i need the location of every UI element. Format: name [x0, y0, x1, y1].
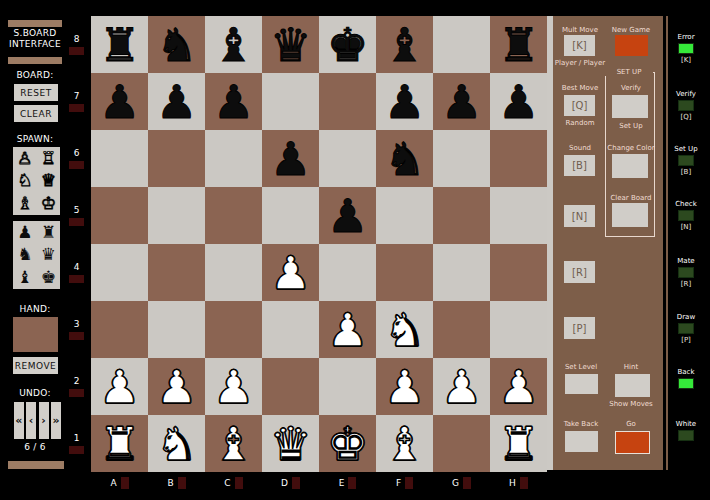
- status-mate: Mate[R]: [664, 257, 708, 288]
- status-label: Set Up: [674, 145, 697, 153]
- spawn-white-bishop[interactable]: ♗: [13, 192, 37, 215]
- piece-black-rook: ♜: [99, 22, 140, 68]
- rank-label-7: 7: [62, 73, 91, 130]
- undo-forward-button[interactable]: ›: [39, 402, 49, 439]
- file-letter: F: [396, 478, 401, 488]
- square-g4[interactable]: [433, 244, 490, 301]
- verify-button[interactable]: [612, 95, 648, 118]
- square-f5[interactable]: [376, 187, 433, 244]
- undo-counter: 6 / 6: [8, 442, 62, 452]
- square-h2[interactable]: ♟: [490, 358, 547, 415]
- take-back-button[interactable]: [565, 431, 598, 452]
- setup-group-label: SET UP: [605, 68, 653, 76]
- app-title-line2: INTERFACE: [8, 39, 62, 49]
- spawn-black-knight[interactable]: ♞: [13, 244, 37, 267]
- spawn-black-rook[interactable]: ♜: [37, 221, 61, 244]
- status-led-off: [678, 100, 694, 111]
- status-led-off: [678, 323, 694, 334]
- square-e4[interactable]: [319, 244, 376, 301]
- file-letter: H: [509, 478, 516, 488]
- piece-black-knight: ♞: [156, 22, 197, 68]
- spawn-black-panel: ♟♜♞♛♝♚: [13, 221, 60, 289]
- file-label-g: G: [433, 472, 490, 494]
- rank-indicator: [69, 104, 84, 112]
- rank-number: 6: [74, 148, 80, 158]
- square-h5[interactable]: [490, 187, 547, 244]
- spawn-white-king[interactable]: ♔: [37, 192, 61, 215]
- new-game-label: New Game: [609, 26, 653, 34]
- piece-black-bishop: ♝: [384, 22, 425, 68]
- square-e7[interactable]: [319, 73, 376, 130]
- piece-white-knight: ♞: [384, 307, 425, 353]
- file-indicator: [292, 477, 300, 489]
- undo-fast-forward-button[interactable]: »: [51, 402, 61, 439]
- piece-black-bishop: ♝: [213, 22, 254, 68]
- chess-board: ♜♞♝♛♚♝♜♟♟♟♟♟♟♟♞♟♟♟♞♟♟♟♟♟♟♜♞♝♛♚♝♜: [91, 16, 547, 472]
- piece-black-pawn: ♟: [327, 193, 368, 239]
- square-c5[interactable]: [205, 187, 262, 244]
- square-d6[interactable]: ♟: [262, 130, 319, 187]
- rank-indicator: [69, 218, 84, 226]
- queen-key-button[interactable]: [Q]: [564, 95, 595, 116]
- status-led-on: [678, 378, 694, 389]
- board-section-label: BOARD:: [8, 70, 62, 80]
- go-button[interactable]: [615, 431, 650, 454]
- piece-black-queen: ♛: [270, 22, 311, 68]
- file-labels: ABCDEFGH: [91, 472, 547, 494]
- status-led-off: [678, 430, 694, 441]
- piece-black-king: ♚: [327, 22, 368, 68]
- status-label: Mate: [677, 257, 694, 265]
- spawn-section-label: SPAWN:: [8, 134, 62, 144]
- square-g8[interactable]: [433, 16, 490, 73]
- status-error: Error[K]: [664, 33, 708, 64]
- random-label: Random: [553, 119, 607, 127]
- rank-number: 4: [74, 262, 80, 272]
- spawn-white-panel: ♙♖♘♕♗♔: [13, 147, 60, 215]
- square-b7[interactable]: ♟: [148, 73, 205, 130]
- sound-label: Sound: [553, 144, 607, 152]
- square-b4[interactable]: [148, 244, 205, 301]
- piece-white-pawn: ♟: [327, 307, 368, 353]
- change-color-button[interactable]: [612, 154, 648, 178]
- rank-number: 5: [74, 205, 80, 215]
- status-key: [P]: [681, 336, 691, 344]
- square-b8[interactable]: ♞: [148, 16, 205, 73]
- square-c3[interactable]: [205, 301, 262, 358]
- square-g3[interactable]: [433, 301, 490, 358]
- hint-button[interactable]: [615, 374, 650, 397]
- status-label: Verify: [676, 90, 696, 98]
- status-label: Draw: [677, 313, 695, 321]
- square-f8[interactable]: ♝: [376, 16, 433, 73]
- square-a2[interactable]: ♟: [91, 358, 148, 415]
- status-set-up: Set Up[B]: [664, 145, 708, 176]
- piece-white-king: ♚: [327, 421, 368, 467]
- status-draw: Draw[P]: [664, 313, 708, 344]
- clear-board-button[interactable]: [612, 203, 648, 227]
- square-g5[interactable]: [433, 187, 490, 244]
- undo-section-label: UNDO:: [8, 388, 62, 398]
- piece-white-bishop: ♝: [213, 421, 254, 467]
- square-f2[interactable]: ♟: [376, 358, 433, 415]
- sidebar-bottom-bar: [8, 461, 64, 469]
- square-c7[interactable]: ♟: [205, 73, 262, 130]
- square-d7[interactable]: [262, 73, 319, 130]
- square-d8[interactable]: ♛: [262, 16, 319, 73]
- file-letter: A: [110, 478, 116, 488]
- rank-indicator: [69, 47, 84, 55]
- spawn-white-rook[interactable]: ♖: [37, 147, 61, 170]
- status-key: [R]: [681, 280, 691, 288]
- control-panel: Mult Move [K] Player / Player Best Move …: [553, 16, 663, 470]
- square-c4[interactable]: [205, 244, 262, 301]
- rank-number: 7: [74, 91, 80, 101]
- pawn-key-button[interactable]: [P]: [564, 317, 595, 339]
- rank-indicator: [69, 332, 84, 340]
- rank-label-1: 1: [62, 415, 91, 472]
- sidebar-divider-bar: [8, 57, 62, 64]
- rank-label-2: 2: [62, 358, 91, 415]
- new-game-button[interactable]: [615, 35, 648, 56]
- piece-white-queen: ♛: [270, 421, 311, 467]
- rank-indicator: [69, 161, 84, 169]
- square-h4[interactable]: [490, 244, 547, 301]
- undo-back-button[interactable]: ‹: [26, 402, 36, 439]
- square-a6[interactable]: [91, 130, 148, 187]
- piece-black-pawn: ♟: [384, 79, 425, 125]
- file-letter: E: [339, 478, 345, 488]
- status-label: Error: [677, 33, 694, 41]
- rank-label-6: 6: [62, 130, 91, 187]
- square-b6[interactable]: [148, 130, 205, 187]
- hint-label: Hint: [609, 363, 653, 371]
- file-label-e: E: [319, 472, 376, 494]
- reset-button[interactable]: RESET: [14, 84, 58, 101]
- status-back: Back: [664, 368, 708, 389]
- rank-indicator: [69, 389, 84, 397]
- spawn-black-bishop[interactable]: ♝: [13, 266, 37, 289]
- status-led-off: [678, 210, 694, 221]
- clear-board-label: Clear Board: [606, 194, 656, 202]
- spawn-black-queen[interactable]: ♛: [37, 244, 61, 267]
- square-c8[interactable]: ♝: [205, 16, 262, 73]
- piece-black-pawn: ♟: [441, 79, 482, 125]
- rank-indicator: [69, 275, 84, 283]
- status-key: [Q]: [681, 113, 692, 121]
- square-h6[interactable]: [490, 130, 547, 187]
- square-h8[interactable]: ♜: [490, 16, 547, 73]
- undo-rewind-button[interactable]: «: [14, 402, 24, 439]
- status-label: Back: [678, 368, 695, 376]
- piece-black-pawn: ♟: [270, 136, 311, 182]
- spawn-white-pawn[interactable]: ♙: [13, 147, 37, 170]
- status-led-on: [678, 43, 694, 54]
- show-moves-label: Show Moves: [606, 400, 656, 408]
- file-letter: G: [452, 478, 459, 488]
- status-led-off: [678, 267, 694, 278]
- square-g2[interactable]: ♟: [433, 358, 490, 415]
- player-player-label: Player / Player: [553, 59, 607, 67]
- rank-number: 8: [74, 34, 80, 44]
- piece-black-pawn: ♟: [99, 79, 140, 125]
- change-color-label: Change Color: [606, 144, 656, 152]
- set-level-button[interactable]: [565, 374, 598, 394]
- status-led-off: [678, 155, 694, 166]
- spawn-white-knight[interactable]: ♘: [13, 170, 37, 193]
- square-a1[interactable]: ♜: [91, 415, 148, 472]
- square-d5[interactable]: [262, 187, 319, 244]
- hand-section-label: HAND:: [8, 304, 62, 314]
- file-indicator: [520, 477, 528, 489]
- square-e1[interactable]: ♚: [319, 415, 376, 472]
- square-a8[interactable]: ♜: [91, 16, 148, 73]
- square-a3[interactable]: [91, 301, 148, 358]
- app-title-line1: S.BOARD: [8, 28, 62, 38]
- bishop-key-button[interactable]: [B]: [564, 155, 595, 176]
- square-b3[interactable]: [148, 301, 205, 358]
- spawn-white-queen[interactable]: ♕: [37, 170, 61, 193]
- square-g6[interactable]: [433, 130, 490, 187]
- rank-label-4: 4: [62, 244, 91, 301]
- square-f4[interactable]: [376, 244, 433, 301]
- spawn-black-king[interactable]: ♚: [37, 266, 61, 289]
- square-e5[interactable]: ♟: [319, 187, 376, 244]
- file-indicator: [463, 477, 471, 489]
- status-white: White: [664, 420, 708, 441]
- file-label-f: F: [376, 472, 433, 494]
- piece-white-pawn: ♟: [498, 364, 539, 410]
- square-e3[interactable]: ♟: [319, 301, 376, 358]
- rank-indicator: [69, 446, 84, 454]
- file-letter: D: [281, 478, 288, 488]
- status-label: White: [676, 420, 696, 428]
- square-d4[interactable]: ♟: [262, 244, 319, 301]
- square-f3[interactable]: ♞: [376, 301, 433, 358]
- rank-label-5: 5: [62, 187, 91, 244]
- file-indicator: [235, 477, 243, 489]
- hand-slot[interactable]: [13, 317, 58, 352]
- sidebar-top-bar: [8, 20, 62, 27]
- chess-computer-interface: { "game": "chess", "position": { "fen": …: [0, 0, 710, 500]
- rook-key-button[interactable]: [R]: [564, 261, 595, 283]
- file-label-h: H: [490, 472, 547, 494]
- square-e2[interactable]: [319, 358, 376, 415]
- square-f1[interactable]: ♝: [376, 415, 433, 472]
- mult-move-label: Mult Move: [553, 26, 607, 34]
- square-a7[interactable]: ♟: [91, 73, 148, 130]
- status-key: [B]: [681, 168, 691, 176]
- panel-edge-line: [666, 16, 668, 470]
- set-level-label: Set Level: [553, 363, 609, 371]
- knight-key-button[interactable]: [N]: [564, 205, 595, 227]
- file-label-d: D: [262, 472, 319, 494]
- square-h1[interactable]: ♜: [490, 415, 547, 472]
- piece-white-pawn: ♟: [270, 250, 311, 296]
- square-c6[interactable]: [205, 130, 262, 187]
- file-label-c: C: [205, 472, 262, 494]
- square-f6[interactable]: ♞: [376, 130, 433, 187]
- piece-white-pawn: ♟: [156, 364, 197, 410]
- file-indicator: [121, 477, 129, 489]
- piece-black-knight: ♞: [384, 136, 425, 182]
- piece-white-pawn: ♟: [441, 364, 482, 410]
- king-key-button[interactable]: [K]: [564, 35, 595, 56]
- piece-black-pawn: ♟: [498, 79, 539, 125]
- square-c2[interactable]: ♟: [205, 358, 262, 415]
- square-a4[interactable]: [91, 244, 148, 301]
- square-f7[interactable]: ♟: [376, 73, 433, 130]
- square-d3[interactable]: [262, 301, 319, 358]
- status-key: [N]: [681, 223, 692, 231]
- status-check: Check[N]: [664, 200, 708, 231]
- square-b5[interactable]: [148, 187, 205, 244]
- square-b1[interactable]: ♞: [148, 415, 205, 472]
- clear-button[interactable]: CLEAR: [14, 105, 58, 122]
- square-h3[interactable]: [490, 301, 547, 358]
- rank-label-3: 3: [62, 301, 91, 358]
- status-verify: Verify[Q]: [664, 90, 708, 121]
- piece-black-rook: ♜: [498, 22, 539, 68]
- spawn-black-pawn[interactable]: ♟: [13, 221, 37, 244]
- piece-white-rook: ♜: [498, 421, 539, 467]
- square-a5[interactable]: [91, 187, 148, 244]
- square-e8[interactable]: ♚: [319, 16, 376, 73]
- rank-labels: 87654321: [62, 16, 91, 472]
- square-g7[interactable]: ♟: [433, 73, 490, 130]
- piece-black-pawn: ♟: [213, 79, 254, 125]
- setup-sub-label: Set Up: [609, 122, 653, 130]
- file-label-a: A: [91, 472, 148, 494]
- best-move-label: Best Move: [553, 84, 607, 92]
- rank-label-8: 8: [62, 16, 91, 73]
- piece-black-pawn: ♟: [156, 79, 197, 125]
- square-c1[interactable]: ♝: [205, 415, 262, 472]
- square-b2[interactable]: ♟: [148, 358, 205, 415]
- piece-white-rook: ♜: [99, 421, 140, 467]
- verify-label: Verify: [609, 84, 653, 92]
- take-back-label: Take Back: [553, 420, 609, 428]
- piece-white-pawn: ♟: [213, 364, 254, 410]
- piece-white-bishop: ♝: [384, 421, 425, 467]
- rank-number: 2: [74, 376, 80, 386]
- go-label: Go: [609, 420, 653, 428]
- square-h7[interactable]: ♟: [490, 73, 547, 130]
- file-indicator: [348, 477, 356, 489]
- file-indicator: [405, 477, 413, 489]
- status-label: Check: [675, 200, 697, 208]
- remove-button[interactable]: REMOVE: [13, 357, 58, 374]
- square-d1[interactable]: ♛: [262, 415, 319, 472]
- status-key: [K]: [681, 56, 691, 64]
- file-letter: C: [224, 478, 230, 488]
- file-label-b: B: [148, 472, 205, 494]
- piece-white-pawn: ♟: [99, 364, 140, 410]
- rank-number: 3: [74, 319, 80, 329]
- file-indicator: [178, 477, 186, 489]
- piece-white-knight: ♞: [156, 421, 197, 467]
- square-d2[interactable]: [262, 358, 319, 415]
- square-e6[interactable]: [319, 130, 376, 187]
- rank-number: 1: [74, 433, 80, 443]
- file-letter: B: [167, 478, 173, 488]
- square-g1[interactable]: [433, 415, 490, 472]
- piece-white-pawn: ♟: [384, 364, 425, 410]
